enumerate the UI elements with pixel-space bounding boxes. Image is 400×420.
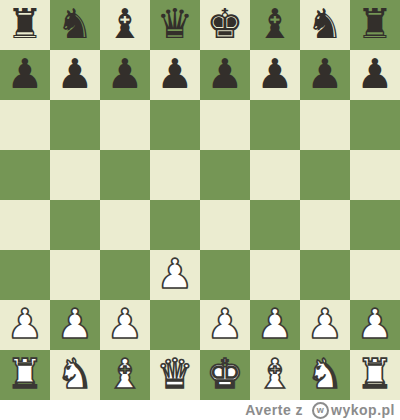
- square-e7[interactable]: ♟: [200, 50, 250, 100]
- black-pawn: ♟: [57, 50, 94, 99]
- watermark-site-text: wykop.pl: [331, 402, 395, 418]
- square-c8[interactable]: ♝: [100, 0, 150, 50]
- square-f8[interactable]: ♝: [250, 0, 300, 50]
- black-rook: ♜: [7, 0, 44, 49]
- black-pawn: ♟: [7, 50, 44, 99]
- square-a8[interactable]: ♜: [0, 0, 50, 50]
- square-f3[interactable]: [250, 250, 300, 300]
- square-h7[interactable]: ♟: [350, 50, 400, 100]
- white-pawn: ♟: [107, 300, 144, 349]
- black-king: ♚: [207, 0, 244, 49]
- watermark-author-text: Averte z: [245, 402, 303, 418]
- square-f5[interactable]: [250, 150, 300, 200]
- white-queen: ♛: [157, 350, 194, 399]
- square-a4[interactable]: [0, 200, 50, 250]
- black-queen: ♛: [157, 0, 194, 49]
- white-pawn: ♟: [307, 300, 344, 349]
- square-c6[interactable]: [100, 100, 150, 150]
- square-f1[interactable]: ♝: [250, 350, 300, 400]
- square-g8[interactable]: ♞: [300, 0, 350, 50]
- wykop-logo-icon: w: [312, 402, 329, 419]
- square-c3[interactable]: [100, 250, 150, 300]
- black-bishop: ♝: [107, 0, 144, 49]
- white-rook: ♜: [357, 350, 394, 399]
- white-knight: ♞: [57, 350, 94, 399]
- black-pawn: ♟: [357, 50, 394, 99]
- white-pawn: ♟: [157, 250, 194, 299]
- screenshot-frame: ♜♞♝♛♚♝♞♜♟♟♟♟♟♟♟♟♟♟♟♟♟♟♟♟♜♞♝♛♚♝♞♜ Averte …: [0, 0, 400, 420]
- black-pawn: ♟: [207, 50, 244, 99]
- square-h5[interactable]: [350, 150, 400, 200]
- square-a3[interactable]: [0, 250, 50, 300]
- square-f4[interactable]: [250, 200, 300, 250]
- black-pawn: ♟: [107, 50, 144, 99]
- square-g1[interactable]: ♞: [300, 350, 350, 400]
- white-knight: ♞: [307, 350, 344, 399]
- square-d7[interactable]: ♟: [150, 50, 200, 100]
- white-rook: ♜: [7, 350, 44, 399]
- square-a5[interactable]: [0, 150, 50, 200]
- square-h2[interactable]: ♟: [350, 300, 400, 350]
- square-f2[interactable]: ♟: [250, 300, 300, 350]
- square-e2[interactable]: ♟: [200, 300, 250, 350]
- square-e6[interactable]: [200, 100, 250, 150]
- square-c2[interactable]: ♟: [100, 300, 150, 350]
- square-g3[interactable]: [300, 250, 350, 300]
- square-h1[interactable]: ♜: [350, 350, 400, 400]
- white-bishop: ♝: [107, 350, 144, 399]
- square-a1[interactable]: ♜: [0, 350, 50, 400]
- square-h3[interactable]: [350, 250, 400, 300]
- square-h8[interactable]: ♜: [350, 0, 400, 50]
- square-b4[interactable]: [50, 200, 100, 250]
- square-d8[interactable]: ♛: [150, 0, 200, 50]
- square-g6[interactable]: [300, 100, 350, 150]
- square-c1[interactable]: ♝: [100, 350, 150, 400]
- black-rook: ♜: [357, 0, 394, 49]
- square-c4[interactable]: [100, 200, 150, 250]
- square-d6[interactable]: [150, 100, 200, 150]
- white-pawn: ♟: [57, 300, 94, 349]
- black-pawn: ♟: [257, 50, 294, 99]
- square-b7[interactable]: ♟: [50, 50, 100, 100]
- square-g2[interactable]: ♟: [300, 300, 350, 350]
- square-g4[interactable]: [300, 200, 350, 250]
- square-b1[interactable]: ♞: [50, 350, 100, 400]
- square-d2[interactable]: [150, 300, 200, 350]
- black-pawn: ♟: [307, 50, 344, 99]
- square-a2[interactable]: ♟: [0, 300, 50, 350]
- square-b8[interactable]: ♞: [50, 0, 100, 50]
- square-e5[interactable]: [200, 150, 250, 200]
- black-knight: ♞: [307, 0, 344, 49]
- white-king: ♚: [207, 350, 244, 399]
- black-knight: ♞: [57, 0, 94, 49]
- white-bishop: ♝: [257, 350, 294, 399]
- square-d3[interactable]: ♟: [150, 250, 200, 300]
- black-pawn: ♟: [157, 50, 194, 99]
- square-f6[interactable]: [250, 100, 300, 150]
- square-c5[interactable]: [100, 150, 150, 200]
- square-b3[interactable]: [50, 250, 100, 300]
- square-a7[interactable]: ♟: [0, 50, 50, 100]
- square-e4[interactable]: [200, 200, 250, 250]
- white-pawn: ♟: [357, 300, 394, 349]
- square-b2[interactable]: ♟: [50, 300, 100, 350]
- square-d4[interactable]: [150, 200, 200, 250]
- square-e3[interactable]: [200, 250, 250, 300]
- watermark-bar: Averte z w wykop.pl: [0, 400, 400, 420]
- square-b5[interactable]: [50, 150, 100, 200]
- white-pawn: ♟: [7, 300, 44, 349]
- square-h4[interactable]: [350, 200, 400, 250]
- square-e8[interactable]: ♚: [200, 0, 250, 50]
- square-a6[interactable]: [0, 100, 50, 150]
- square-b6[interactable]: [50, 100, 100, 150]
- square-e1[interactable]: ♚: [200, 350, 250, 400]
- square-h6[interactable]: [350, 100, 400, 150]
- square-d5[interactable]: [150, 150, 200, 200]
- chess-board: ♜♞♝♛♚♝♞♜♟♟♟♟♟♟♟♟♟♟♟♟♟♟♟♟♜♞♝♛♚♝♞♜: [0, 0, 400, 400]
- square-f7[interactable]: ♟: [250, 50, 300, 100]
- square-d1[interactable]: ♛: [150, 350, 200, 400]
- square-g5[interactable]: [300, 150, 350, 200]
- square-c7[interactable]: ♟: [100, 50, 150, 100]
- black-bishop: ♝: [257, 0, 294, 49]
- square-g7[interactable]: ♟: [300, 50, 350, 100]
- wykop-logo-letter: w: [317, 405, 325, 414]
- white-pawn: ♟: [257, 300, 294, 349]
- white-pawn: ♟: [207, 300, 244, 349]
